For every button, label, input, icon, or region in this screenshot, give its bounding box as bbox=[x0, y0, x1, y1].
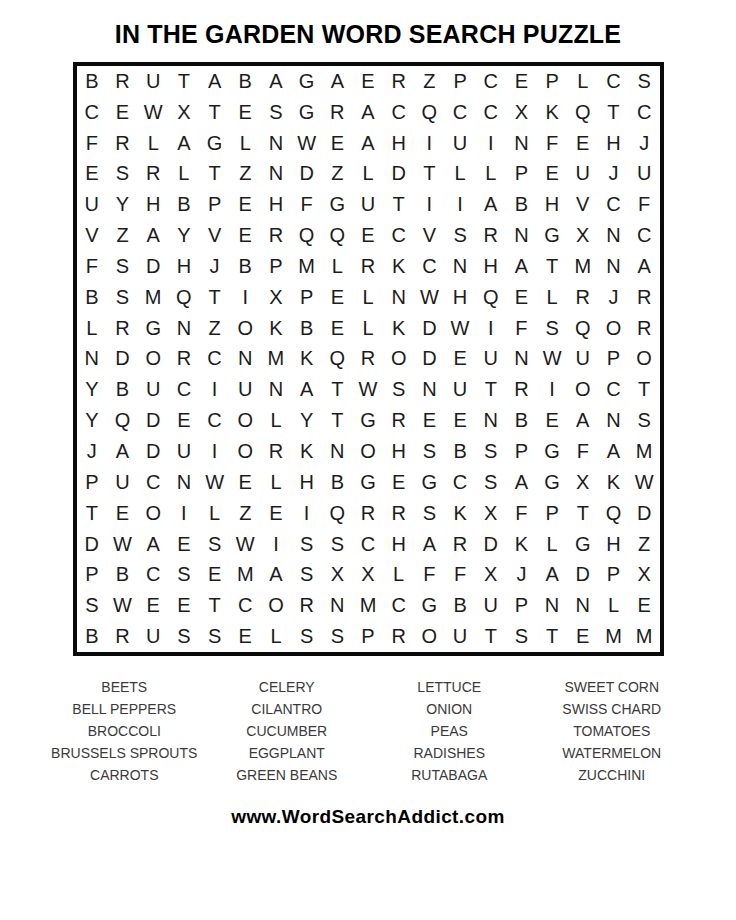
grid-cell-r6c3[interactable]: A bbox=[138, 220, 169, 251]
grid-cell-r17c5[interactable]: E bbox=[199, 559, 230, 590]
grid-cell-r16c11[interactable]: H bbox=[383, 529, 414, 560]
grid-cell-r14c3[interactable]: C bbox=[138, 467, 169, 498]
grid-cell-r8c9[interactable]: E bbox=[322, 282, 353, 313]
grid-cell-r10c5[interactable]: C bbox=[199, 344, 230, 375]
grid-cell-r16c9[interactable]: S bbox=[322, 529, 353, 560]
grid-cell-r2c4[interactable]: X bbox=[169, 97, 200, 128]
grid-cell-r5c13[interactable]: I bbox=[445, 189, 476, 220]
grid-cell-r2c2[interactable]: E bbox=[107, 97, 138, 128]
grid-cell-r7c19[interactable]: A bbox=[629, 251, 660, 282]
grid-cell-r9c2[interactable]: R bbox=[107, 313, 138, 344]
grid-cell-r5c5[interactable]: P bbox=[199, 189, 230, 220]
grid-cell-r4c4[interactable]: L bbox=[169, 159, 200, 190]
grid-cell-r15c17[interactable]: T bbox=[567, 498, 598, 529]
grid-cell-r14c17[interactable]: X bbox=[567, 467, 598, 498]
grid-cell-r8c17[interactable]: R bbox=[567, 282, 598, 313]
grid-cell-r6c1[interactable]: V bbox=[77, 220, 108, 251]
grid-cell-r16c19[interactable]: Z bbox=[629, 529, 660, 560]
grid-cell-r13c9[interactable]: N bbox=[322, 436, 353, 467]
grid-cell-r7c7[interactable]: P bbox=[261, 251, 292, 282]
grid-cell-r8c15[interactable]: E bbox=[506, 282, 537, 313]
grid-cell-r6c12[interactable]: V bbox=[414, 220, 445, 251]
grid-cell-r8c14[interactable]: Q bbox=[475, 282, 506, 313]
grid-cell-r11c6[interactable]: U bbox=[230, 374, 261, 405]
grid-cell-r3c18[interactable]: H bbox=[598, 128, 629, 159]
grid-cell-r15c12[interactable]: S bbox=[414, 498, 445, 529]
grid-cell-r2c18[interactable]: T bbox=[598, 97, 629, 128]
grid-cell-r10c17[interactable]: U bbox=[567, 344, 598, 375]
grid-cell-r14c14[interactable]: S bbox=[475, 467, 506, 498]
grid-cell-r10c10[interactable]: R bbox=[353, 344, 384, 375]
grid-cell-r10c7[interactable]: M bbox=[261, 344, 292, 375]
grid-cell-r9c10[interactable]: L bbox=[353, 313, 384, 344]
grid-cell-r14c4[interactable]: N bbox=[169, 467, 200, 498]
grid-cell-r5c15[interactable]: B bbox=[506, 189, 537, 220]
grid-cell-r2c16[interactable]: K bbox=[537, 97, 568, 128]
grid-cell-r4c6[interactable]: Z bbox=[230, 159, 261, 190]
grid-cell-r13c2[interactable]: A bbox=[107, 436, 138, 467]
grid-cell-r13c17[interactable]: F bbox=[567, 436, 598, 467]
grid-cell-r13c1[interactable]: J bbox=[77, 436, 108, 467]
grid-cell-r9c16[interactable]: S bbox=[537, 313, 568, 344]
grid-cell-r3c4[interactable]: A bbox=[169, 128, 200, 159]
grid-cell-r7c11[interactable]: K bbox=[383, 251, 414, 282]
grid-cell-r12c7[interactable]: L bbox=[261, 405, 292, 436]
grid-cell-r16c16[interactable]: L bbox=[537, 529, 568, 560]
grid-cell-r9c7[interactable]: K bbox=[261, 313, 292, 344]
grid-cell-r5c3[interactable]: H bbox=[138, 189, 169, 220]
grid-cell-r4c3[interactable]: R bbox=[138, 159, 169, 190]
grid-cell-r12c13[interactable]: E bbox=[445, 405, 476, 436]
grid-cell-r10c14[interactable]: U bbox=[475, 344, 506, 375]
grid-cell-r5c18[interactable]: C bbox=[598, 189, 629, 220]
grid-cell-r7c18[interactable]: N bbox=[598, 251, 629, 282]
grid-cell-r5c16[interactable]: H bbox=[537, 189, 568, 220]
grid-cell-r5c9[interactable]: G bbox=[322, 189, 353, 220]
grid-cell-r18c19[interactable]: E bbox=[629, 590, 660, 621]
grid-cell-r2c7[interactable]: S bbox=[261, 97, 292, 128]
grid-cell-r18c2[interactable]: W bbox=[107, 590, 138, 621]
grid-cell-r12c11[interactable]: R bbox=[383, 405, 414, 436]
grid-cell-r12c10[interactable]: G bbox=[353, 405, 384, 436]
grid-cell-r7c8[interactable]: M bbox=[291, 251, 322, 282]
grid-cell-r17c10[interactable]: X bbox=[353, 559, 384, 590]
grid-cell-r1c8[interactable]: G bbox=[291, 66, 322, 97]
grid-cell-r11c3[interactable]: U bbox=[138, 374, 169, 405]
grid-cell-r10c13[interactable]: E bbox=[445, 344, 476, 375]
grid-cell-r6c19[interactable]: C bbox=[629, 220, 660, 251]
grid-cell-r7c15[interactable]: A bbox=[506, 251, 537, 282]
grid-cell-r11c17[interactable]: O bbox=[567, 374, 598, 405]
grid-cell-r4c10[interactable]: L bbox=[353, 159, 384, 190]
grid-cell-r6c16[interactable]: G bbox=[537, 220, 568, 251]
grid-cell-r8c5[interactable]: T bbox=[199, 282, 230, 313]
grid-cell-r8c13[interactable]: H bbox=[445, 282, 476, 313]
grid-cell-r7c17[interactable]: M bbox=[567, 251, 598, 282]
grid-cell-r9c12[interactable]: D bbox=[414, 313, 445, 344]
grid-cell-r15c18[interactable]: Q bbox=[598, 498, 629, 529]
grid-cell-r7c9[interactable]: L bbox=[322, 251, 353, 282]
grid-cell-r18c4[interactable]: E bbox=[169, 590, 200, 621]
grid-cell-r6c18[interactable]: N bbox=[598, 220, 629, 251]
grid-cell-r19c8[interactable]: S bbox=[291, 621, 322, 652]
grid-cell-r2c12[interactable]: Q bbox=[414, 97, 445, 128]
grid-cell-r2c14[interactable]: C bbox=[475, 97, 506, 128]
grid-cell-r18c16[interactable]: N bbox=[537, 590, 568, 621]
grid-cell-r11c19[interactable]: T bbox=[629, 374, 660, 405]
grid-cell-r9c6[interactable]: O bbox=[230, 313, 261, 344]
grid-cell-r18c17[interactable]: N bbox=[567, 590, 598, 621]
grid-cell-r10c1[interactable]: N bbox=[77, 344, 108, 375]
grid-cell-r14c5[interactable]: W bbox=[199, 467, 230, 498]
grid-cell-r15c13[interactable]: K bbox=[445, 498, 476, 529]
grid-cell-r1c15[interactable]: E bbox=[506, 66, 537, 97]
grid-cell-r11c7[interactable]: N bbox=[261, 374, 292, 405]
grid-cell-r10c3[interactable]: O bbox=[138, 344, 169, 375]
grid-cell-r13c6[interactable]: O bbox=[230, 436, 261, 467]
grid-cell-r15c5[interactable]: L bbox=[199, 498, 230, 529]
grid-cell-r18c5[interactable]: T bbox=[199, 590, 230, 621]
grid-cell-r8c19[interactable]: R bbox=[629, 282, 660, 313]
grid-cell-r12c15[interactable]: B bbox=[506, 405, 537, 436]
grid-cell-r6c2[interactable]: Z bbox=[107, 220, 138, 251]
grid-cell-r3c1[interactable]: F bbox=[77, 128, 108, 159]
grid-cell-r3c7[interactable]: N bbox=[261, 128, 292, 159]
grid-cell-r19c7[interactable]: L bbox=[261, 621, 292, 652]
grid-cell-r2c5[interactable]: T bbox=[199, 97, 230, 128]
grid-cell-r13c13[interactable]: B bbox=[445, 436, 476, 467]
grid-cell-r18c7[interactable]: O bbox=[261, 590, 292, 621]
grid-cell-r11c4[interactable]: C bbox=[169, 374, 200, 405]
grid-cell-r17c15[interactable]: J bbox=[506, 559, 537, 590]
grid-cell-r2c15[interactable]: X bbox=[506, 97, 537, 128]
grid-cell-r5c8[interactable]: F bbox=[291, 189, 322, 220]
grid-cell-r10c15[interactable]: N bbox=[506, 344, 537, 375]
grid-cell-r3c9[interactable]: E bbox=[322, 128, 353, 159]
grid-cell-r13c14[interactable]: S bbox=[475, 436, 506, 467]
grid-cell-r15c10[interactable]: R bbox=[353, 498, 384, 529]
grid-cell-r16c3[interactable]: A bbox=[138, 529, 169, 560]
grid-cell-r12c4[interactable]: E bbox=[169, 405, 200, 436]
grid-cell-r6c8[interactable]: Q bbox=[291, 220, 322, 251]
grid-cell-r5c10[interactable]: U bbox=[353, 189, 384, 220]
grid-cell-r2c1[interactable]: C bbox=[77, 97, 108, 128]
grid-cell-r10c11[interactable]: O bbox=[383, 344, 414, 375]
grid-cell-r17c9[interactable]: X bbox=[322, 559, 353, 590]
grid-cell-r4c7[interactable]: N bbox=[261, 159, 292, 190]
grid-cell-r13c19[interactable]: M bbox=[629, 436, 660, 467]
grid-cell-r17c13[interactable]: F bbox=[445, 559, 476, 590]
grid-cell-r12c19[interactable]: S bbox=[629, 405, 660, 436]
grid-cell-r12c5[interactable]: C bbox=[199, 405, 230, 436]
grid-cell-r14c13[interactable]: C bbox=[445, 467, 476, 498]
grid-cell-r16c12[interactable]: A bbox=[414, 529, 445, 560]
grid-cell-r11c10[interactable]: W bbox=[353, 374, 384, 405]
grid-cell-r9c17[interactable]: Q bbox=[567, 313, 598, 344]
grid-cell-r15c15[interactable]: F bbox=[506, 498, 537, 529]
grid-cell-r16c13[interactable]: R bbox=[445, 529, 476, 560]
grid-cell-r8c6[interactable]: I bbox=[230, 282, 261, 313]
grid-cell-r11c2[interactable]: B bbox=[107, 374, 138, 405]
grid-cell-r19c6[interactable]: E bbox=[230, 621, 261, 652]
grid-cell-r1c3[interactable]: U bbox=[138, 66, 169, 97]
grid-cell-r11c14[interactable]: T bbox=[475, 374, 506, 405]
grid-cell-r4c17[interactable]: U bbox=[567, 159, 598, 190]
grid-cell-r13c3[interactable]: D bbox=[138, 436, 169, 467]
grid-cell-r19c5[interactable]: S bbox=[199, 621, 230, 652]
grid-cell-r13c15[interactable]: P bbox=[506, 436, 537, 467]
grid-cell-r1c16[interactable]: P bbox=[537, 66, 568, 97]
grid-cell-r7c13[interactable]: N bbox=[445, 251, 476, 282]
grid-cell-r13c10[interactable]: O bbox=[353, 436, 384, 467]
grid-cell-r10c16[interactable]: W bbox=[537, 344, 568, 375]
grid-cell-r12c9[interactable]: T bbox=[322, 405, 353, 436]
grid-cell-r15c4[interactable]: I bbox=[169, 498, 200, 529]
grid-cell-r11c13[interactable]: U bbox=[445, 374, 476, 405]
grid-cell-r2c9[interactable]: R bbox=[322, 97, 353, 128]
grid-cell-r7c2[interactable]: S bbox=[107, 251, 138, 282]
grid-cell-r12c3[interactable]: D bbox=[138, 405, 169, 436]
grid-cell-r12c18[interactable]: N bbox=[598, 405, 629, 436]
grid-cell-r3c3[interactable]: L bbox=[138, 128, 169, 159]
grid-cell-r8c1[interactable]: B bbox=[77, 282, 108, 313]
grid-cell-r1c10[interactable]: E bbox=[353, 66, 384, 97]
grid-cell-r16c7[interactable]: I bbox=[261, 529, 292, 560]
grid-cell-r12c6[interactable]: O bbox=[230, 405, 261, 436]
grid-cell-r9c9[interactable]: E bbox=[322, 313, 353, 344]
grid-cell-r7c14[interactable]: H bbox=[475, 251, 506, 282]
grid-cell-r9c14[interactable]: I bbox=[475, 313, 506, 344]
grid-cell-r15c19[interactable]: D bbox=[629, 498, 660, 529]
grid-cell-r9c19[interactable]: R bbox=[629, 313, 660, 344]
grid-cell-r17c12[interactable]: F bbox=[414, 559, 445, 590]
grid-cell-r6c5[interactable]: V bbox=[199, 220, 230, 251]
grid-cell-r5c7[interactable]: H bbox=[261, 189, 292, 220]
grid-cell-r18c6[interactable]: C bbox=[230, 590, 261, 621]
grid-cell-r3c5[interactable]: G bbox=[199, 128, 230, 159]
grid-cell-r5c14[interactable]: A bbox=[475, 189, 506, 220]
grid-cell-r9c13[interactable]: W bbox=[445, 313, 476, 344]
grid-cell-r16c5[interactable]: S bbox=[199, 529, 230, 560]
grid-cell-r8c11[interactable]: N bbox=[383, 282, 414, 313]
grid-cell-r18c11[interactable]: C bbox=[383, 590, 414, 621]
grid-cell-r10c2[interactable]: D bbox=[107, 344, 138, 375]
grid-cell-r2c17[interactable]: Q bbox=[567, 97, 598, 128]
grid-cell-r10c12[interactable]: D bbox=[414, 344, 445, 375]
grid-cell-r17c2[interactable]: B bbox=[107, 559, 138, 590]
grid-cell-r13c4[interactable]: U bbox=[169, 436, 200, 467]
grid-cell-r3c8[interactable]: W bbox=[291, 128, 322, 159]
grid-cell-r11c8[interactable]: A bbox=[291, 374, 322, 405]
grid-cell-r6c10[interactable]: E bbox=[353, 220, 384, 251]
grid-cell-r1c12[interactable]: Z bbox=[414, 66, 445, 97]
grid-cell-r4c2[interactable]: S bbox=[107, 159, 138, 190]
grid-cell-r18c1[interactable]: S bbox=[77, 590, 108, 621]
grid-cell-r16c17[interactable]: G bbox=[567, 529, 598, 560]
grid-cell-r12c8[interactable]: Y bbox=[291, 405, 322, 436]
grid-cell-r8c10[interactable]: L bbox=[353, 282, 384, 313]
grid-cell-r14c15[interactable]: A bbox=[506, 467, 537, 498]
grid-cell-r19c12[interactable]: O bbox=[414, 621, 445, 652]
grid-cell-r17c8[interactable]: S bbox=[291, 559, 322, 590]
grid-cell-r15c1[interactable]: T bbox=[77, 498, 108, 529]
grid-cell-r8c7[interactable]: X bbox=[261, 282, 292, 313]
grid-cell-r4c1[interactable]: E bbox=[77, 159, 108, 190]
grid-cell-r5c4[interactable]: B bbox=[169, 189, 200, 220]
grid-cell-r17c11[interactable]: L bbox=[383, 559, 414, 590]
grid-cell-r1c7[interactable]: A bbox=[261, 66, 292, 97]
grid-cell-r10c18[interactable]: P bbox=[598, 344, 629, 375]
grid-cell-r14c8[interactable]: H bbox=[291, 467, 322, 498]
grid-cell-r1c11[interactable]: R bbox=[383, 66, 414, 97]
grid-cell-r16c1[interactable]: D bbox=[77, 529, 108, 560]
grid-cell-r18c15[interactable]: P bbox=[506, 590, 537, 621]
grid-cell-r1c17[interactable]: L bbox=[567, 66, 598, 97]
grid-cell-r3c19[interactable]: J bbox=[629, 128, 660, 159]
grid-cell-r16c10[interactable]: C bbox=[353, 529, 384, 560]
grid-cell-r3c13[interactable]: U bbox=[445, 128, 476, 159]
grid-cell-r3c10[interactable]: A bbox=[353, 128, 384, 159]
grid-cell-r5c6[interactable]: E bbox=[230, 189, 261, 220]
grid-cell-r15c6[interactable]: Z bbox=[230, 498, 261, 529]
grid-cell-r3c2[interactable]: R bbox=[107, 128, 138, 159]
grid-cell-r18c3[interactable]: E bbox=[138, 590, 169, 621]
grid-cell-r4c11[interactable]: D bbox=[383, 159, 414, 190]
grid-cell-r14c11[interactable]: E bbox=[383, 467, 414, 498]
grid-cell-r9c15[interactable]: F bbox=[506, 313, 537, 344]
grid-cell-r16c8[interactable]: S bbox=[291, 529, 322, 560]
grid-cell-r6c15[interactable]: N bbox=[506, 220, 537, 251]
grid-cell-r19c1[interactable]: B bbox=[77, 621, 108, 652]
grid-cell-r11c11[interactable]: S bbox=[383, 374, 414, 405]
grid-cell-r15c16[interactable]: P bbox=[537, 498, 568, 529]
grid-cell-r7c10[interactable]: R bbox=[353, 251, 384, 282]
grid-cell-r8c16[interactable]: L bbox=[537, 282, 568, 313]
grid-cell-r2c3[interactable]: W bbox=[138, 97, 169, 128]
grid-cell-r17c18[interactable]: P bbox=[598, 559, 629, 590]
grid-cell-r6c9[interactable]: Q bbox=[322, 220, 353, 251]
grid-cell-r9c3[interactable]: G bbox=[138, 313, 169, 344]
grid-cell-r4c19[interactable]: U bbox=[629, 159, 660, 190]
grid-cell-r19c9[interactable]: S bbox=[322, 621, 353, 652]
grid-cell-r14c9[interactable]: B bbox=[322, 467, 353, 498]
grid-cell-r3c17[interactable]: E bbox=[567, 128, 598, 159]
grid-cell-r19c16[interactable]: T bbox=[537, 621, 568, 652]
grid-cell-r13c8[interactable]: K bbox=[291, 436, 322, 467]
grid-cell-r15c7[interactable]: E bbox=[261, 498, 292, 529]
grid-cell-r19c13[interactable]: U bbox=[445, 621, 476, 652]
grid-cell-r15c2[interactable]: E bbox=[107, 498, 138, 529]
grid-cell-r13c18[interactable]: A bbox=[598, 436, 629, 467]
grid-cell-r1c18[interactable]: C bbox=[598, 66, 629, 97]
grid-cell-r6c13[interactable]: S bbox=[445, 220, 476, 251]
grid-cell-r8c12[interactable]: W bbox=[414, 282, 445, 313]
grid-cell-r6c7[interactable]: R bbox=[261, 220, 292, 251]
grid-cell-r17c19[interactable]: X bbox=[629, 559, 660, 590]
grid-cell-r11c9[interactable]: T bbox=[322, 374, 353, 405]
grid-cell-r11c1[interactable]: Y bbox=[77, 374, 108, 405]
grid-cell-r7c3[interactable]: D bbox=[138, 251, 169, 282]
grid-cell-r1c6[interactable]: B bbox=[230, 66, 261, 97]
grid-cell-r1c9[interactable]: A bbox=[322, 66, 353, 97]
grid-cell-r10c8[interactable]: K bbox=[291, 344, 322, 375]
grid-cell-r9c18[interactable]: O bbox=[598, 313, 629, 344]
grid-cell-r15c3[interactable]: O bbox=[138, 498, 169, 529]
grid-cell-r8c4[interactable]: Q bbox=[169, 282, 200, 313]
grid-cell-r16c18[interactable]: H bbox=[598, 529, 629, 560]
grid-cell-r19c17[interactable]: E bbox=[567, 621, 598, 652]
grid-cell-r5c11[interactable]: T bbox=[383, 189, 414, 220]
grid-cell-r15c14[interactable]: X bbox=[475, 498, 506, 529]
grid-cell-r11c18[interactable]: C bbox=[598, 374, 629, 405]
grid-cell-r17c16[interactable]: A bbox=[537, 559, 568, 590]
grid-cell-r5c19[interactable]: F bbox=[629, 189, 660, 220]
grid-cell-r11c12[interactable]: N bbox=[414, 374, 445, 405]
grid-cell-r3c12[interactable]: I bbox=[414, 128, 445, 159]
grid-cell-r1c1[interactable]: B bbox=[77, 66, 108, 97]
grid-cell-r17c7[interactable]: A bbox=[261, 559, 292, 590]
grid-cell-r14c19[interactable]: W bbox=[629, 467, 660, 498]
grid-cell-r12c12[interactable]: E bbox=[414, 405, 445, 436]
grid-cell-r13c11[interactable]: H bbox=[383, 436, 414, 467]
grid-cell-r8c2[interactable]: S bbox=[107, 282, 138, 313]
grid-cell-r17c17[interactable]: D bbox=[567, 559, 598, 590]
grid-cell-r1c14[interactable]: C bbox=[475, 66, 506, 97]
grid-cell-r1c4[interactable]: T bbox=[169, 66, 200, 97]
grid-cell-r16c4[interactable]: E bbox=[169, 529, 200, 560]
grid-cell-r2c11[interactable]: C bbox=[383, 97, 414, 128]
grid-cell-r12c14[interactable]: N bbox=[475, 405, 506, 436]
grid-cell-r19c10[interactable]: P bbox=[353, 621, 384, 652]
grid-cell-r5c12[interactable]: I bbox=[414, 189, 445, 220]
grid-cell-r3c14[interactable]: I bbox=[475, 128, 506, 159]
grid-cell-r6c11[interactable]: C bbox=[383, 220, 414, 251]
grid-cell-r18c8[interactable]: R bbox=[291, 590, 322, 621]
grid-cell-r2c8[interactable]: G bbox=[291, 97, 322, 128]
grid-cell-r12c16[interactable]: E bbox=[537, 405, 568, 436]
grid-cell-r10c6[interactable]: N bbox=[230, 344, 261, 375]
grid-cell-r4c13[interactable]: L bbox=[445, 159, 476, 190]
grid-cell-r19c14[interactable]: T bbox=[475, 621, 506, 652]
grid-cell-r7c6[interactable]: B bbox=[230, 251, 261, 282]
grid-cell-r3c15[interactable]: N bbox=[506, 128, 537, 159]
grid-cell-r13c5[interactable]: I bbox=[199, 436, 230, 467]
grid-cell-r16c15[interactable]: K bbox=[506, 529, 537, 560]
grid-cell-r14c10[interactable]: G bbox=[353, 467, 384, 498]
grid-cell-r17c4[interactable]: S bbox=[169, 559, 200, 590]
grid-cell-r19c4[interactable]: S bbox=[169, 621, 200, 652]
grid-cell-r19c2[interactable]: R bbox=[107, 621, 138, 652]
grid-cell-r1c13[interactable]: P bbox=[445, 66, 476, 97]
grid-cell-r4c16[interactable]: E bbox=[537, 159, 568, 190]
grid-cell-r11c15[interactable]: R bbox=[506, 374, 537, 405]
grid-cell-r5c17[interactable]: V bbox=[567, 189, 598, 220]
grid-cell-r9c11[interactable]: K bbox=[383, 313, 414, 344]
website-url[interactable]: www.WordSearchAddict.com bbox=[0, 806, 736, 828]
grid-cell-r16c14[interactable]: D bbox=[475, 529, 506, 560]
grid-cell-r6c14[interactable]: R bbox=[475, 220, 506, 251]
grid-cell-r13c16[interactable]: G bbox=[537, 436, 568, 467]
grid-cell-r19c19[interactable]: M bbox=[629, 621, 660, 652]
grid-cell-r3c6[interactable]: L bbox=[230, 128, 261, 159]
grid-cell-r14c6[interactable]: E bbox=[230, 467, 261, 498]
grid-cell-r7c4[interactable]: H bbox=[169, 251, 200, 282]
grid-cell-r5c1[interactable]: U bbox=[77, 189, 108, 220]
grid-cell-r10c19[interactable]: O bbox=[629, 344, 660, 375]
grid-cell-r3c11[interactable]: H bbox=[383, 128, 414, 159]
grid-cell-r6c6[interactable]: E bbox=[230, 220, 261, 251]
grid-cell-r14c12[interactable]: G bbox=[414, 467, 445, 498]
